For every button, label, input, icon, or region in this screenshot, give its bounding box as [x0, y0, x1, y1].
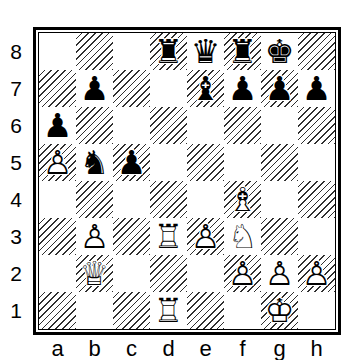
square-f4[interactable]: ♝♗	[224, 181, 261, 218]
black-bishop-icon: ♝	[191, 72, 221, 105]
black-pawn-icon: ♟	[228, 72, 258, 105]
square-a2[interactable]	[39, 255, 76, 292]
black-knight-b5[interactable]: ♞♞	[76, 144, 113, 181]
rank-labels: 87654321	[0, 33, 28, 329]
square-d6[interactable]	[150, 107, 187, 144]
square-c3[interactable]	[113, 218, 150, 255]
square-g4[interactable]	[261, 181, 298, 218]
square-b5[interactable]: ♞♞	[76, 144, 113, 181]
white-pawn-icon: ♙	[80, 220, 110, 253]
white-knight-icon: ♘	[228, 220, 258, 253]
square-c4[interactable]	[113, 181, 150, 218]
square-b6[interactable]	[76, 107, 113, 144]
square-c1[interactable]	[113, 292, 150, 329]
square-g6[interactable]	[261, 107, 298, 144]
white-rook-icon: ♖	[154, 294, 184, 327]
file-label-a: a	[39, 336, 76, 360]
square-a3[interactable]	[39, 218, 76, 255]
square-e2[interactable]	[187, 255, 224, 292]
square-f6[interactable]	[224, 107, 261, 144]
black-pawn-icon: ♟	[43, 109, 73, 142]
white-rook-d1[interactable]: ♜♖	[150, 292, 187, 329]
white-pawn-icon: ♙	[265, 257, 295, 290]
board-squares: ♜♜♛♛♜♜♚♚♟♟♝♝♟♟♟♟♟♟♟♟♟♙♞♞♟♟♝♗♟♙♜♖♟♙♞♘♛♕♟♙…	[39, 33, 335, 329]
square-d8[interactable]: ♜♜	[150, 33, 187, 70]
black-rook-f8[interactable]: ♜♜	[224, 33, 261, 70]
black-pawn-icon: ♟	[117, 146, 147, 179]
black-pawn-h7[interactable]: ♟♟	[298, 70, 335, 107]
square-h1[interactable]	[298, 292, 335, 329]
file-label-g: g	[261, 336, 298, 360]
white-pawn-h2[interactable]: ♟♙	[298, 255, 335, 292]
white-queen-icon: ♕	[80, 257, 110, 290]
board-frame: ♜♜♛♛♜♜♚♚♟♟♝♝♟♟♟♟♟♟♟♟♟♙♞♞♟♟♝♗♟♙♜♖♟♙♞♘♛♕♟♙…	[33, 27, 341, 335]
chess-diagram: 87654321 ♜♜♛♛♜♜♚♚♟♟♝♝♟♟♟♟♟♟♟♟♟♙♞♞♟♟♝♗♟♙♜…	[0, 0, 360, 360]
square-c8[interactable]	[113, 33, 150, 70]
square-a4[interactable]	[39, 181, 76, 218]
square-a6[interactable]: ♟♟	[39, 107, 76, 144]
square-f3[interactable]: ♞♘	[224, 218, 261, 255]
square-a5[interactable]: ♟♙	[39, 144, 76, 181]
square-f2[interactable]: ♟♙	[224, 255, 261, 292]
black-pawn-b7[interactable]: ♟♟	[76, 70, 113, 107]
square-e7[interactable]: ♝♝	[187, 70, 224, 107]
square-g7[interactable]: ♟♟	[261, 70, 298, 107]
file-label-e: e	[187, 336, 224, 360]
white-pawn-b3[interactable]: ♟♙	[76, 218, 113, 255]
black-king-g8[interactable]: ♚♚	[261, 33, 298, 70]
square-h8[interactable]	[298, 33, 335, 70]
file-label-h: h	[298, 336, 335, 360]
white-queen-b2[interactable]: ♛♕	[76, 255, 113, 292]
white-pawn-icon: ♙	[302, 257, 332, 290]
white-pawn-a5[interactable]: ♟♙	[39, 144, 76, 181]
square-a8[interactable]	[39, 33, 76, 70]
rank-label-2: 2	[0, 255, 28, 292]
file-label-f: f	[224, 336, 261, 360]
black-pawn-icon: ♟	[302, 72, 332, 105]
square-b2[interactable]: ♛♕	[76, 255, 113, 292]
black-pawn-g7[interactable]: ♟♟	[261, 70, 298, 107]
black-pawn-icon: ♟	[80, 72, 110, 105]
square-b4[interactable]	[76, 181, 113, 218]
rank-label-1: 1	[0, 292, 28, 329]
square-e3[interactable]: ♟♙	[187, 218, 224, 255]
rank-label-3: 3	[0, 218, 28, 255]
black-pawn-icon: ♟	[265, 72, 295, 105]
square-c7[interactable]	[113, 70, 150, 107]
file-labels: abcdefgh	[39, 336, 335, 360]
square-h5[interactable]	[298, 144, 335, 181]
black-knight-icon: ♞	[80, 146, 110, 179]
rank-label-7: 7	[0, 70, 28, 107]
square-f5[interactable]	[224, 144, 261, 181]
square-e5[interactable]	[187, 144, 224, 181]
black-rook-icon: ♜	[228, 35, 258, 68]
white-pawn-g2[interactable]: ♟♙	[261, 255, 298, 292]
square-c6[interactable]	[113, 107, 150, 144]
black-bishop-e7[interactable]: ♝♝	[187, 70, 224, 107]
white-knight-f3[interactable]: ♞♘	[224, 218, 261, 255]
white-bishop-icon: ♗	[228, 183, 258, 216]
square-e4[interactable]	[187, 181, 224, 218]
white-king-g1[interactable]: ♚♔	[261, 292, 298, 329]
white-rook-icon: ♖	[154, 220, 184, 253]
square-h6[interactable]	[298, 107, 335, 144]
white-pawn-icon: ♙	[43, 146, 73, 179]
square-c5[interactable]: ♟♟	[113, 144, 150, 181]
rank-label-8: 8	[0, 33, 28, 70]
square-g1[interactable]: ♚♔	[261, 292, 298, 329]
square-h3[interactable]	[298, 218, 335, 255]
file-label-c: c	[113, 336, 150, 360]
black-pawn-c5[interactable]: ♟♟	[113, 144, 150, 181]
square-b7[interactable]: ♟♟	[76, 70, 113, 107]
white-pawn-e3[interactable]: ♟♙	[187, 218, 224, 255]
square-f1[interactable]	[224, 292, 261, 329]
square-d1[interactable]: ♜♖	[150, 292, 187, 329]
square-b8[interactable]	[76, 33, 113, 70]
square-d3[interactable]: ♜♖	[150, 218, 187, 255]
white-pawn-icon: ♙	[228, 257, 258, 290]
black-rook-icon: ♜	[154, 35, 184, 68]
square-b1[interactable]	[76, 292, 113, 329]
square-d2[interactable]	[150, 255, 187, 292]
file-label-b: b	[76, 336, 113, 360]
white-pawn-f2[interactable]: ♟♙	[224, 255, 261, 292]
black-queen-icon: ♛	[191, 35, 221, 68]
square-f8[interactable]: ♜♜	[224, 33, 261, 70]
white-bishop-f4[interactable]: ♝♗	[224, 181, 261, 218]
square-h2[interactable]: ♟♙	[298, 255, 335, 292]
square-e8[interactable]: ♛♛	[187, 33, 224, 70]
board-inner-border: ♜♜♛♛♜♜♚♚♟♟♝♝♟♟♟♟♟♟♟♟♟♙♞♞♟♟♝♗♟♙♜♖♟♙♞♘♛♕♟♙…	[38, 32, 336, 330]
square-c2[interactable]	[113, 255, 150, 292]
black-pawn-a6[interactable]: ♟♟	[39, 107, 76, 144]
square-g8[interactable]: ♚♚	[261, 33, 298, 70]
white-pawn-icon: ♙	[191, 220, 221, 253]
white-king-icon: ♔	[265, 294, 295, 327]
black-king-icon: ♚	[265, 35, 295, 68]
square-g5[interactable]	[261, 144, 298, 181]
black-pawn-f7[interactable]: ♟♟	[224, 70, 261, 107]
square-a7[interactable]	[39, 70, 76, 107]
square-g3[interactable]	[261, 218, 298, 255]
rank-label-4: 4	[0, 181, 28, 218]
white-rook-d3[interactable]: ♜♖	[150, 218, 187, 255]
square-d4[interactable]	[150, 181, 187, 218]
square-e1[interactable]	[187, 292, 224, 329]
square-b3[interactable]: ♟♙	[76, 218, 113, 255]
file-label-d: d	[150, 336, 187, 360]
black-queen-e8[interactable]: ♛♛	[187, 33, 224, 70]
square-f7[interactable]: ♟♟	[224, 70, 261, 107]
square-a1[interactable]	[39, 292, 76, 329]
square-h4[interactable]	[298, 181, 335, 218]
square-h7[interactable]: ♟♟	[298, 70, 335, 107]
square-d5[interactable]	[150, 144, 187, 181]
rank-label-5: 5	[0, 144, 28, 181]
rank-label-6: 6	[0, 107, 28, 144]
square-g2[interactable]: ♟♙	[261, 255, 298, 292]
black-rook-d8[interactable]: ♜♜	[150, 33, 187, 70]
square-e6[interactable]	[187, 107, 224, 144]
square-d7[interactable]	[150, 70, 187, 107]
